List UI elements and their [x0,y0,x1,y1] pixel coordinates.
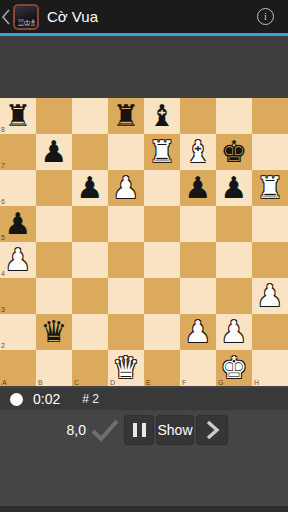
page-title: Cờ Vua [47,8,98,25]
clock-time: 0:02 [33,391,60,407]
square-h3[interactable]: ♟ [252,278,288,314]
piece-white-rook: ♜ [144,134,180,170]
move-number: # 2 [82,392,99,406]
square-g8[interactable] [216,98,252,134]
square-a2[interactable]: 2 [0,314,36,350]
file-label-d: D [110,379,115,386]
square-d6[interactable]: ♟ [108,170,144,206]
show-button[interactable]: Show [156,415,194,445]
piece-white-pawn: ♟ [0,242,36,278]
square-b6[interactable] [36,170,72,206]
file-label-h: H [254,379,259,386]
piece-black-rook: ♜ [108,98,144,134]
app-icon[interactable]: ♖♔♗ [13,4,39,30]
square-a6[interactable]: 6 [0,170,36,206]
square-b3[interactable] [36,278,72,314]
file-label-g: G [218,379,223,386]
square-d3[interactable] [108,278,144,314]
chevron-left-icon [1,8,11,26]
rank-label-2: 2 [1,342,5,349]
next-button[interactable] [196,415,228,445]
square-c3[interactable] [72,278,108,314]
checkmark-icon [88,416,122,444]
square-d4[interactable] [108,242,144,278]
piece-white-pawn: ♟ [252,278,288,314]
square-b8[interactable] [36,98,72,134]
chess-board[interactable]: ♜8♜♝7♟♜♝♚6♟♟♟♟♜♟5♟43♟2♛♟♟ABC♛DEF♚GH [0,98,288,386]
square-h8[interactable] [252,98,288,134]
square-d7[interactable] [108,134,144,170]
file-label-b: B [38,379,43,386]
square-c1[interactable]: C [72,350,108,386]
rank-label-7: 7 [1,162,5,169]
square-d5[interactable] [108,206,144,242]
piece-black-pawn: ♟ [36,134,72,170]
piece-white-pawn: ♟ [108,170,144,206]
file-label-e: E [146,379,151,386]
controls-row: 8,0 Show [0,415,288,445]
square-e3[interactable] [144,278,180,314]
square-g3[interactable] [216,278,252,314]
rank-label-8: 8 [1,126,5,133]
turn-radio[interactable] [10,393,23,406]
piece-white-queen: ♛ [108,350,144,386]
file-label-c: C [74,379,79,386]
piece-white-bishop: ♝ [180,134,216,170]
square-g6[interactable]: ♟ [216,170,252,206]
square-h5[interactable] [252,206,288,242]
square-g2[interactable]: ♟ [216,314,252,350]
square-e1[interactable]: E [144,350,180,386]
square-h6[interactable]: ♜ [252,170,288,206]
square-e6[interactable] [144,170,180,206]
info-icon[interactable]: i [257,8,274,25]
rank-label-5: 5 [1,234,5,241]
square-c7[interactable] [72,134,108,170]
square-a3[interactable]: 3 [0,278,36,314]
square-c6[interactable]: ♟ [72,170,108,206]
square-c8[interactable] [72,98,108,134]
square-f5[interactable] [180,206,216,242]
square-e5[interactable] [144,206,180,242]
piece-white-pawn: ♟ [180,314,216,350]
square-e7[interactable]: ♜ [144,134,180,170]
board-top-gap [0,36,288,98]
bottom-nav-strip [0,506,288,512]
square-h1[interactable]: H [252,350,288,386]
rank-label-6: 6 [1,198,5,205]
piece-black-rook: ♜ [0,98,36,134]
square-h4[interactable] [252,242,288,278]
square-g5[interactable] [216,206,252,242]
bottom-panel: 0:02 # 2 8,0 Show [0,388,288,512]
score-value: 8,0 [0,422,88,438]
square-a5[interactable]: ♟5 [0,206,36,242]
square-c2[interactable] [72,314,108,350]
square-c4[interactable] [72,242,108,278]
piece-black-queen: ♛ [36,314,72,350]
square-f8[interactable] [180,98,216,134]
square-b7[interactable]: ♟ [36,134,72,170]
square-e4[interactable] [144,242,180,278]
square-f1[interactable]: F [180,350,216,386]
file-label-a: A [2,379,7,386]
square-f4[interactable] [180,242,216,278]
square-g1[interactable]: ♚G [216,350,252,386]
square-g7[interactable]: ♚ [216,134,252,170]
pause-icon [133,423,146,437]
rank-label-3: 3 [1,306,5,313]
square-b1[interactable]: B [36,350,72,386]
file-label-f: F [182,379,186,386]
square-f6[interactable]: ♟ [180,170,216,206]
piece-white-pawn: ♟ [216,314,252,350]
square-b2[interactable]: ♛ [36,314,72,350]
piece-black-pawn: ♟ [180,170,216,206]
pause-button[interactable] [124,415,154,445]
square-f7[interactable]: ♝ [180,134,216,170]
square-d8[interactable]: ♜ [108,98,144,134]
piece-black-bishop: ♝ [144,98,180,134]
square-e2[interactable] [144,314,180,350]
square-a4[interactable]: ♟4 [0,242,36,278]
piece-black-king: ♚ [216,134,252,170]
square-d1[interactable]: ♛D [108,350,144,386]
rank-label-4: 4 [1,270,5,277]
square-a1[interactable]: A [0,350,36,386]
square-b5[interactable] [36,206,72,242]
back-button[interactable] [0,0,12,33]
square-d2[interactable] [108,314,144,350]
square-b4[interactable] [36,242,72,278]
piece-white-rook: ♜ [252,170,288,206]
chevron-right-icon [204,419,220,441]
square-f2[interactable]: ♟ [180,314,216,350]
piece-black-pawn: ♟ [216,170,252,206]
piece-black-pawn: ♟ [0,206,36,242]
top-bar: ♖♔♗ Cờ Vua i [0,0,288,33]
square-e8[interactable]: ♝ [144,98,180,134]
square-g4[interactable] [216,242,252,278]
square-f3[interactable] [180,278,216,314]
piece-black-pawn: ♟ [72,170,108,206]
square-h2[interactable] [252,314,288,350]
square-h7[interactable] [252,134,288,170]
status-row: 0:02 # 2 [0,388,288,410]
square-c5[interactable] [72,206,108,242]
piece-white-king: ♚ [216,350,252,386]
square-a8[interactable]: ♜8 [0,98,36,134]
square-a7[interactable]: 7 [0,134,36,170]
